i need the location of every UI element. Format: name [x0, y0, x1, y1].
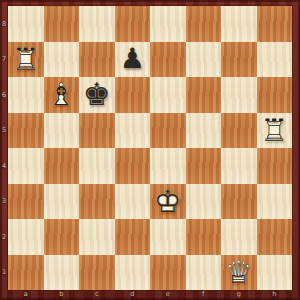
square-f8[interactable] [186, 6, 222, 42]
rank-label-7: 7 [0, 56, 8, 63]
square-f3[interactable] [186, 184, 222, 220]
square-h8[interactable] [257, 6, 293, 42]
bishop-glyph: ♝ [44, 77, 80, 113]
square-b7[interactable] [44, 42, 80, 78]
piece-white-rook: ♜♖ [8, 42, 44, 78]
file-label-g: g [233, 291, 245, 300]
piece-black-king: ♚ [79, 77, 115, 113]
square-g1[interactable]: ♛♕ [221, 255, 257, 291]
square-d1[interactable] [115, 255, 151, 291]
square-c5[interactable] [79, 113, 115, 149]
square-b6[interactable]: ♝♗ [44, 77, 80, 113]
square-b3[interactable] [44, 184, 80, 220]
square-e2[interactable] [150, 219, 186, 255]
square-g6[interactable] [221, 77, 257, 113]
square-h1[interactable] [257, 255, 293, 291]
queen-glyph: ♛ [221, 255, 257, 291]
file-label-d: d [126, 291, 138, 300]
square-f1[interactable] [186, 255, 222, 291]
piece-black-pawn: ♟ [115, 42, 151, 78]
square-a2[interactable] [8, 219, 44, 255]
king-glyph: ♚ [79, 77, 115, 113]
square-b2[interactable] [44, 219, 80, 255]
square-e1[interactable] [150, 255, 186, 291]
square-f4[interactable] [186, 148, 222, 184]
pawn-glyph: ♟ [115, 42, 151, 78]
square-f7[interactable] [186, 42, 222, 78]
bishop-outline-glyph: ♗ [44, 77, 80, 113]
square-h2[interactable] [257, 219, 293, 255]
square-g2[interactable] [221, 219, 257, 255]
square-c8[interactable] [79, 6, 115, 42]
king-outline-glyph: ♔ [150, 184, 186, 220]
square-f6[interactable] [186, 77, 222, 113]
square-e8[interactable] [150, 6, 186, 42]
square-d2[interactable] [115, 219, 151, 255]
rank-label-6: 6 [0, 92, 8, 99]
square-e4[interactable] [150, 148, 186, 184]
square-a8[interactable] [8, 6, 44, 42]
square-c4[interactable] [79, 148, 115, 184]
king-glyph: ♚ [150, 184, 186, 220]
chess-diagram: ♜♖♟♝♗♚♜♖♚♔♛♕ 87654321abcdefgh [0, 0, 300, 300]
file-label-h: h [268, 291, 280, 300]
square-c7[interactable] [79, 42, 115, 78]
rook-glyph: ♜ [257, 113, 293, 149]
piece-white-king: ♚♔ [150, 184, 186, 220]
square-b8[interactable] [44, 6, 80, 42]
square-h3[interactable] [257, 184, 293, 220]
rank-label-3: 3 [0, 198, 8, 205]
square-c6[interactable]: ♚ [79, 77, 115, 113]
piece-white-bishop: ♝♗ [44, 77, 80, 113]
square-f2[interactable] [186, 219, 222, 255]
rank-label-2: 2 [0, 234, 8, 241]
piece-white-rook: ♜♖ [257, 113, 293, 149]
square-a7[interactable]: ♜♖ [8, 42, 44, 78]
rook-outline-glyph: ♖ [257, 113, 293, 149]
file-label-c: c [91, 291, 103, 300]
square-f5[interactable] [186, 113, 222, 149]
square-e7[interactable] [150, 42, 186, 78]
square-e6[interactable] [150, 77, 186, 113]
square-g8[interactable] [221, 6, 257, 42]
square-g5[interactable] [221, 113, 257, 149]
square-e5[interactable] [150, 113, 186, 149]
file-label-a: a [20, 291, 32, 300]
square-a3[interactable] [8, 184, 44, 220]
file-label-f: f [197, 291, 209, 300]
square-a4[interactable] [8, 148, 44, 184]
square-g4[interactable] [221, 148, 257, 184]
square-c1[interactable] [79, 255, 115, 291]
chess-board: ♜♖♟♝♗♚♜♖♚♔♛♕ [8, 6, 292, 290]
rank-label-5: 5 [0, 127, 8, 134]
square-c3[interactable] [79, 184, 115, 220]
square-a1[interactable] [8, 255, 44, 291]
rank-label-8: 8 [0, 21, 8, 28]
square-h7[interactable] [257, 42, 293, 78]
square-b5[interactable] [44, 113, 80, 149]
square-a5[interactable] [8, 113, 44, 149]
square-d4[interactable] [115, 148, 151, 184]
rook-outline-glyph: ♖ [8, 42, 44, 78]
square-b1[interactable] [44, 255, 80, 291]
square-d6[interactable] [115, 77, 151, 113]
rank-label-4: 4 [0, 163, 8, 170]
square-h6[interactable] [257, 77, 293, 113]
rook-glyph: ♜ [8, 42, 44, 78]
square-c2[interactable] [79, 219, 115, 255]
file-label-e: e [162, 291, 174, 300]
square-h4[interactable] [257, 148, 293, 184]
piece-white-queen: ♛♕ [221, 255, 257, 291]
queen-outline-glyph: ♕ [221, 255, 257, 291]
square-d7[interactable]: ♟ [115, 42, 151, 78]
square-e3[interactable]: ♚♔ [150, 184, 186, 220]
square-d5[interactable] [115, 113, 151, 149]
square-d8[interactable] [115, 6, 151, 42]
square-d3[interactable] [115, 184, 151, 220]
square-b4[interactable] [44, 148, 80, 184]
square-a6[interactable] [8, 77, 44, 113]
square-h5[interactable]: ♜♖ [257, 113, 293, 149]
square-g3[interactable] [221, 184, 257, 220]
square-g7[interactable] [221, 42, 257, 78]
file-label-b: b [55, 291, 67, 300]
rank-label-1: 1 [0, 269, 8, 276]
